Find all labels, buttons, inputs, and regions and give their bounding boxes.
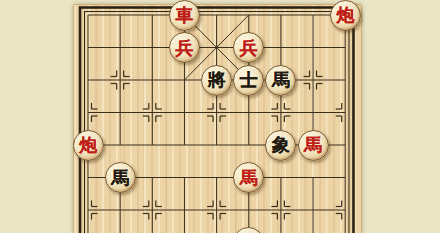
- piece-black-horse[interactable]: 馬: [265, 65, 296, 96]
- piece-black-elephant[interactable]: 象: [265, 130, 296, 161]
- piece-red-cannon[interactable]: 炮: [330, 0, 361, 31]
- screenshot-root: 車炮兵兵將士馬炮象馬馬馬: [0, 0, 440, 233]
- piece-red-soldier[interactable]: 兵: [169, 32, 200, 63]
- board-grid-lines: [0, 0, 440, 233]
- piece-red-cannon[interactable]: 炮: [73, 130, 104, 161]
- piece-black-general[interactable]: 將: [201, 65, 232, 96]
- piece-black-horse[interactable]: 馬: [105, 162, 136, 193]
- piece-black-advisor[interactable]: 士: [233, 65, 264, 96]
- piece-red-horse[interactable]: 馬: [298, 130, 329, 161]
- piece-red-chariot[interactable]: 車: [169, 0, 200, 31]
